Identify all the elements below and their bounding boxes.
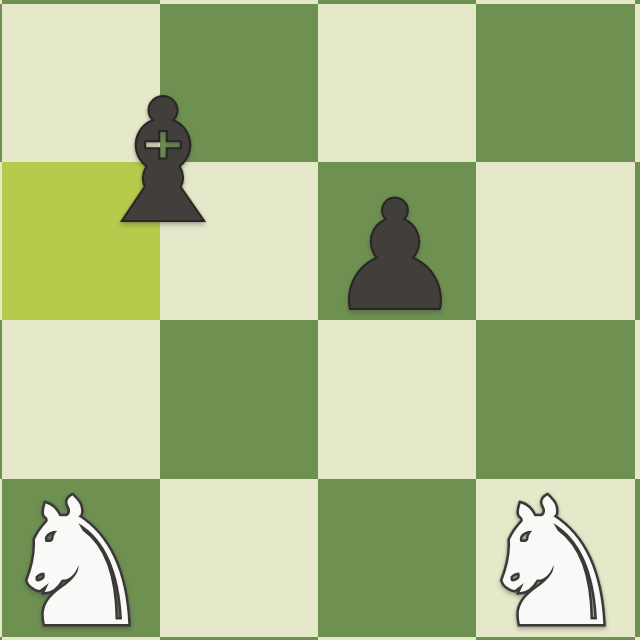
black-pawn-glyph: ♟ bbox=[328, 181, 462, 331]
square-r2-c3[interactable] bbox=[476, 320, 634, 478]
edge-square-sliver[interactable] bbox=[635, 162, 640, 320]
square-r3-c2[interactable] bbox=[318, 479, 476, 637]
white-knight-right-glyph: ♞ bbox=[474, 476, 632, 640]
square-r3-c1[interactable] bbox=[160, 479, 318, 637]
edge-square-sliver[interactable] bbox=[635, 4, 640, 162]
square-r2-c1[interactable] bbox=[160, 320, 318, 478]
square-r2-c0[interactable] bbox=[2, 320, 160, 478]
white-knight-right-piece[interactable]: ♞ bbox=[474, 476, 632, 640]
square-r0-c3[interactable] bbox=[476, 4, 634, 162]
black-bishop-glyph: ♝ bbox=[88, 78, 239, 246]
white-knight-left-glyph: ♞ bbox=[0, 476, 157, 640]
white-knight-left-piece[interactable]: ♞ bbox=[0, 476, 157, 640]
square-r2-c2[interactable] bbox=[318, 320, 476, 478]
edge-square-sliver[interactable] bbox=[635, 479, 640, 637]
square-r0-c2[interactable] bbox=[318, 4, 476, 162]
chess-board: ♝ ♟ ♞ ♞ bbox=[0, 0, 640, 640]
edge-square-sliver[interactable] bbox=[635, 320, 640, 478]
square-r1-c3[interactable] bbox=[476, 162, 634, 320]
black-bishop-piece[interactable]: ♝ bbox=[88, 78, 239, 246]
black-pawn-piece[interactable]: ♟ bbox=[328, 181, 462, 331]
